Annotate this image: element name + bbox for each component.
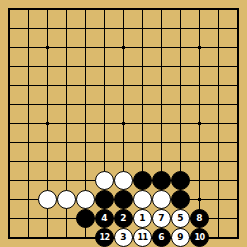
intersection[interactable] [95, 76, 114, 95]
grid-line-vertical [66, 19, 67, 38]
grid-line-vertical [85, 133, 86, 152]
move-number: 4 [101, 214, 107, 223]
intersection[interactable] [19, 171, 38, 190]
intersection[interactable] [57, 228, 76, 247]
intersection[interactable] [114, 133, 133, 152]
grid-line-vertical [66, 76, 67, 95]
intersection[interactable] [152, 76, 171, 95]
intersection[interactable] [171, 19, 190, 38]
white-stone: 5 [171, 209, 190, 228]
intersection[interactable] [19, 38, 38, 57]
intersection[interactable]: 3 [114, 228, 133, 247]
intersection[interactable] [228, 95, 247, 114]
grid-line-vertical [28, 76, 29, 95]
black-stone: 2 [114, 209, 133, 228]
intersection[interactable] [152, 57, 171, 76]
intersection[interactable] [19, 209, 38, 228]
grid-line-vertical [66, 133, 67, 152]
grid-line-vertical [85, 114, 86, 133]
intersection[interactable] [133, 152, 152, 171]
intersection[interactable] [19, 114, 38, 133]
intersection[interactable] [76, 171, 95, 190]
intersection[interactable] [0, 171, 19, 190]
intersection[interactable] [19, 76, 38, 95]
grid-line-vertical [199, 152, 200, 171]
intersection[interactable] [133, 95, 152, 114]
grid-line-vertical [47, 133, 48, 152]
intersection[interactable] [114, 114, 133, 133]
intersection[interactable] [76, 38, 95, 57]
intersection[interactable] [152, 19, 171, 38]
grid-line-vertical [161, 19, 162, 38]
intersection[interactable] [95, 152, 114, 171]
grid-line-vertical [47, 171, 48, 190]
intersection[interactable] [19, 0, 38, 19]
intersection[interactable] [209, 228, 228, 247]
intersection[interactable] [152, 133, 171, 152]
intersection[interactable] [0, 57, 19, 76]
grid-line-vertical [8, 76, 10, 95]
intersection[interactable] [190, 171, 209, 190]
intersection[interactable] [209, 190, 228, 209]
intersection[interactable] [152, 171, 171, 190]
white-stone [152, 190, 171, 209]
grid-line-vertical [180, 38, 181, 57]
intersection[interactable] [190, 0, 209, 19]
grid-line-vertical [8, 190, 10, 209]
intersection[interactable] [209, 57, 228, 76]
intersection[interactable]: 1 [133, 209, 152, 228]
intersection[interactable] [209, 152, 228, 171]
intersection[interactable] [114, 19, 133, 38]
intersection[interactable] [114, 76, 133, 95]
intersection[interactable] [114, 0, 133, 19]
grid-line-vertical [142, 38, 143, 57]
white-stone: 7 [152, 209, 171, 228]
grid-line-vertical [47, 95, 48, 114]
grid-line-vertical [218, 57, 219, 76]
intersection[interactable] [57, 19, 76, 38]
grid-line-vertical [180, 19, 181, 38]
intersection[interactable]: 6 [152, 228, 171, 247]
grid-line-vertical [85, 8, 86, 19]
intersection[interactable] [76, 19, 95, 38]
intersection[interactable] [133, 133, 152, 152]
intersection[interactable] [171, 190, 190, 209]
black-stone [171, 171, 190, 190]
intersection[interactable] [171, 171, 190, 190]
grid-line-vertical [28, 171, 29, 190]
intersection[interactable]: 2 [114, 209, 133, 228]
intersection[interactable] [133, 0, 152, 19]
intersection[interactable] [114, 57, 133, 76]
grid-line-vertical [142, 95, 143, 114]
intersection[interactable] [171, 57, 190, 76]
intersection[interactable] [76, 152, 95, 171]
black-stone [95, 190, 114, 209]
intersection[interactable] [76, 133, 95, 152]
grid-line-vertical [161, 133, 162, 152]
intersection[interactable] [38, 38, 57, 57]
intersection[interactable] [190, 95, 209, 114]
grid-line-vertical [85, 19, 86, 38]
grid-line-vertical [218, 19, 219, 38]
intersection[interactable] [19, 19, 38, 38]
intersection[interactable] [19, 57, 38, 76]
grid-line-vertical [28, 228, 29, 239]
grid-line-vertical [199, 19, 200, 38]
grid-line-vertical [218, 152, 219, 171]
intersection[interactable] [76, 209, 95, 228]
intersection[interactable] [57, 57, 76, 76]
grid-line-vertical [180, 114, 181, 133]
intersection[interactable] [133, 19, 152, 38]
intersection[interactable] [190, 190, 209, 209]
grid-line-vertical [47, 8, 48, 19]
intersection[interactable] [133, 38, 152, 57]
grid-line-vertical [218, 171, 219, 190]
intersection[interactable] [209, 133, 228, 152]
move-number: 7 [158, 214, 164, 223]
grid-line-vertical [123, 95, 124, 114]
intersection[interactable] [171, 76, 190, 95]
grid-line-vertical [123, 152, 124, 171]
move-number: 3 [120, 233, 126, 242]
grid-line-vertical [218, 76, 219, 95]
intersection[interactable] [38, 152, 57, 171]
intersection[interactable] [76, 0, 95, 19]
go-board: 421758123116910 [0, 0, 247, 247]
intersection[interactable] [19, 95, 38, 114]
intersection[interactable] [0, 114, 19, 133]
intersection[interactable] [190, 19, 209, 38]
intersection[interactable] [209, 171, 228, 190]
black-stone [114, 190, 133, 209]
grid-line-vertical [66, 8, 67, 19]
grid-line-vertical [199, 95, 200, 114]
grid-line-vertical [180, 95, 181, 114]
grid-line-vertical [218, 190, 219, 209]
intersection[interactable] [114, 190, 133, 209]
intersection[interactable] [209, 95, 228, 114]
grid-line-vertical [237, 152, 239, 171]
intersection[interactable] [57, 114, 76, 133]
intersection[interactable] [57, 38, 76, 57]
star-point [198, 46, 201, 49]
grid-line-vertical [123, 76, 124, 95]
grid-line-vertical [218, 114, 219, 133]
intersection[interactable] [171, 114, 190, 133]
intersection[interactable] [171, 38, 190, 57]
intersection[interactable] [57, 171, 76, 190]
intersection[interactable] [171, 152, 190, 171]
intersection[interactable] [0, 95, 19, 114]
intersection[interactable] [0, 19, 19, 38]
intersection[interactable] [38, 171, 57, 190]
intersection[interactable] [95, 57, 114, 76]
grid-line-vertical [161, 38, 162, 57]
star-point [198, 198, 201, 201]
intersection[interactable] [209, 38, 228, 57]
intersection[interactable] [228, 228, 247, 247]
grid-line-vertical [237, 57, 239, 76]
move-number: 11 [137, 233, 147, 241]
intersection[interactable] [0, 38, 19, 57]
intersection[interactable] [38, 190, 57, 209]
intersection[interactable] [0, 152, 19, 171]
grid-line-vertical [28, 114, 29, 133]
intersection[interactable] [152, 114, 171, 133]
intersection[interactable] [38, 209, 57, 228]
grid-line-vertical [104, 152, 105, 171]
black-stone [133, 171, 152, 190]
grid-line-vertical [85, 152, 86, 171]
intersection[interactable] [228, 0, 247, 19]
grid-line-vertical [142, 114, 143, 133]
white-stone: 11 [133, 228, 152, 247]
intersection[interactable] [95, 114, 114, 133]
intersection[interactable]: 8 [190, 209, 209, 228]
intersection[interactable] [190, 114, 209, 133]
grid-line-vertical [28, 38, 29, 57]
intersection[interactable] [209, 114, 228, 133]
star-point [198, 122, 201, 125]
intersection[interactable] [57, 190, 76, 209]
black-stone: 12 [95, 228, 114, 247]
intersection[interactable] [133, 190, 152, 209]
move-number: 9 [177, 233, 183, 242]
intersection[interactable]: 9 [171, 228, 190, 247]
grid-line-vertical [8, 171, 10, 190]
grid-line-vertical [85, 171, 86, 190]
grid-line-vertical [104, 95, 105, 114]
intersection[interactable] [57, 152, 76, 171]
move-number: 10 [194, 233, 204, 241]
intersection[interactable] [190, 38, 209, 57]
grid-line-vertical [237, 190, 239, 209]
grid-line-vertical [66, 114, 67, 133]
intersection[interactable]: 11 [133, 228, 152, 247]
grid-line-vertical [8, 8, 10, 19]
white-stone [133, 190, 152, 209]
intersection[interactable] [0, 76, 19, 95]
black-stone [76, 209, 95, 228]
intersection[interactable] [76, 57, 95, 76]
intersection[interactable] [57, 95, 76, 114]
intersection[interactable] [114, 38, 133, 57]
grid-line-vertical [180, 152, 181, 171]
intersection[interactable] [228, 190, 247, 209]
intersection[interactable]: 12 [95, 228, 114, 247]
grid-line-vertical [218, 95, 219, 114]
intersection[interactable] [228, 57, 247, 76]
intersection[interactable] [152, 0, 171, 19]
intersection[interactable] [57, 209, 76, 228]
grid-line-vertical [47, 57, 48, 76]
grid-line-vertical [28, 19, 29, 38]
grid-line-vertical [104, 38, 105, 57]
star-point [46, 46, 49, 49]
intersection[interactable] [228, 133, 247, 152]
intersection[interactable] [0, 209, 19, 228]
grid-line-vertical [180, 8, 181, 19]
intersection[interactable] [209, 19, 228, 38]
intersection[interactable] [38, 57, 57, 76]
intersection[interactable] [76, 95, 95, 114]
intersection[interactable] [228, 19, 247, 38]
grid-line-vertical [123, 19, 124, 38]
intersection[interactable] [57, 0, 76, 19]
white-stone [57, 190, 76, 209]
move-number: 2 [120, 214, 126, 223]
black-stone: 10 [190, 228, 209, 247]
grid-line-vertical [161, 57, 162, 76]
intersection[interactable] [228, 76, 247, 95]
grid-line-vertical [161, 95, 162, 114]
intersection[interactable] [38, 0, 57, 19]
grid-line-vertical [237, 19, 239, 38]
grid-line-vertical [104, 8, 105, 19]
intersection[interactable] [190, 152, 209, 171]
intersection[interactable] [57, 133, 76, 152]
grid-line-vertical [180, 76, 181, 95]
intersection[interactable]: 4 [95, 209, 114, 228]
intersection[interactable] [19, 228, 38, 247]
intersection[interactable] [38, 228, 57, 247]
grid-line-vertical [142, 76, 143, 95]
intersection[interactable] [209, 0, 228, 19]
intersection[interactable] [38, 95, 57, 114]
intersection[interactable] [133, 114, 152, 133]
intersection[interactable]: 7 [152, 209, 171, 228]
intersection[interactable] [95, 38, 114, 57]
intersection[interactable]: 5 [171, 209, 190, 228]
intersection[interactable] [19, 190, 38, 209]
intersection[interactable] [95, 19, 114, 38]
intersection[interactable] [228, 38, 247, 57]
grid-line-vertical [142, 19, 143, 38]
intersection[interactable] [19, 133, 38, 152]
black-stone: 6 [152, 228, 171, 247]
grid-line-vertical [104, 133, 105, 152]
grid-line-vertical [8, 133, 10, 152]
intersection[interactable] [228, 171, 247, 190]
intersection[interactable] [76, 190, 95, 209]
white-stone [95, 171, 114, 190]
white-stone [114, 171, 133, 190]
intersection[interactable] [0, 228, 19, 247]
move-number: 12 [99, 233, 109, 241]
grid-line-vertical [28, 8, 29, 19]
grid-line-vertical [85, 76, 86, 95]
intersection[interactable] [76, 228, 95, 247]
intersection[interactable] [209, 76, 228, 95]
intersection[interactable] [171, 95, 190, 114]
grid-line-vertical [66, 209, 67, 228]
grid-line-vertical [123, 133, 124, 152]
grid-line-vertical [66, 152, 67, 171]
intersection[interactable] [95, 190, 114, 209]
intersection[interactable] [209, 209, 228, 228]
move-number: 8 [196, 214, 202, 223]
intersection[interactable] [19, 152, 38, 171]
white-stone [76, 190, 95, 209]
grid-line-vertical [66, 228, 67, 239]
grid-line-vertical [104, 57, 105, 76]
intersection[interactable] [38, 114, 57, 133]
intersection[interactable] [95, 171, 114, 190]
intersection[interactable] [133, 171, 152, 190]
intersection[interactable] [152, 190, 171, 209]
grid-line-vertical [199, 57, 200, 76]
white-stone: 3 [114, 228, 133, 247]
intersection[interactable] [190, 76, 209, 95]
intersection[interactable] [133, 57, 152, 76]
intersection[interactable] [76, 114, 95, 133]
grid-line-vertical [237, 114, 239, 133]
intersection[interactable] [0, 190, 19, 209]
intersection[interactable] [171, 0, 190, 19]
intersection[interactable] [133, 76, 152, 95]
grid-line-vertical [218, 38, 219, 57]
grid-line-vertical [66, 57, 67, 76]
intersection[interactable] [38, 133, 57, 152]
star-point [46, 122, 49, 125]
intersection[interactable] [57, 76, 76, 95]
grid-line-vertical [199, 171, 200, 190]
intersection[interactable] [152, 38, 171, 57]
intersection[interactable] [95, 0, 114, 19]
grid-line-vertical [8, 228, 10, 239]
intersection[interactable] [190, 57, 209, 76]
intersection[interactable] [95, 133, 114, 152]
move-number: 1 [139, 214, 145, 223]
grid-line-vertical [123, 57, 124, 76]
intersection[interactable] [152, 95, 171, 114]
grid-line-vertical [28, 152, 29, 171]
intersection[interactable] [114, 171, 133, 190]
grid-line-vertical [161, 114, 162, 133]
intersection[interactable] [152, 152, 171, 171]
white-stone: 9 [171, 228, 190, 247]
intersection[interactable] [114, 152, 133, 171]
intersection[interactable] [228, 209, 247, 228]
grid-line-vertical [161, 8, 162, 19]
grid-line-vertical [104, 114, 105, 133]
intersection[interactable] [95, 95, 114, 114]
grid-line-vertical [28, 209, 29, 228]
grid-line-vertical [218, 8, 219, 19]
intersection[interactable] [171, 133, 190, 152]
intersection[interactable] [228, 152, 247, 171]
grid-line-vertical [142, 152, 143, 171]
intersection[interactable] [114, 95, 133, 114]
intersection[interactable] [190, 133, 209, 152]
intersection[interactable]: 10 [190, 228, 209, 247]
intersection[interactable] [76, 76, 95, 95]
intersection[interactable] [0, 133, 19, 152]
move-number: 6 [158, 233, 164, 242]
intersection[interactable] [228, 114, 247, 133]
grid-line-vertical [237, 133, 239, 152]
grid-line-vertical [66, 95, 67, 114]
intersection[interactable] [38, 19, 57, 38]
intersection[interactable] [0, 0, 19, 19]
intersection[interactable] [38, 76, 57, 95]
grid-line-vertical [180, 133, 181, 152]
grid-line-vertical [85, 95, 86, 114]
grid-line-vertical [161, 76, 162, 95]
